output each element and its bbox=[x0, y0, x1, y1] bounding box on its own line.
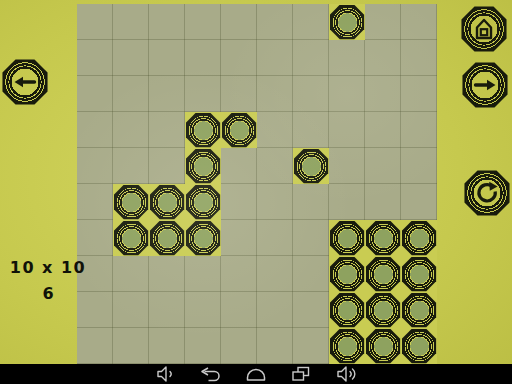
cell-r6-c9[interactable] bbox=[365, 184, 401, 220]
cell-r10-c10[interactable] bbox=[401, 328, 437, 364]
octagon-stone[interactable] bbox=[330, 5, 365, 40]
cell-r2-c8[interactable] bbox=[329, 40, 365, 76]
cell-r10-c9[interactable] bbox=[365, 328, 401, 364]
cell-r8-c8[interactable] bbox=[329, 256, 365, 292]
cell-r7-c5[interactable] bbox=[221, 220, 257, 256]
cell-r7-c9[interactable] bbox=[365, 220, 401, 256]
cell-r6-c2[interactable] bbox=[113, 184, 149, 220]
next-button[interactable] bbox=[462, 62, 508, 108]
cell-r3-c4[interactable] bbox=[185, 76, 221, 112]
cell-r10-c6[interactable] bbox=[257, 328, 293, 364]
cell-r6-c7[interactable] bbox=[293, 184, 329, 220]
restart-button[interactable] bbox=[464, 170, 510, 216]
cell-r3-c3[interactable] bbox=[149, 76, 185, 112]
cell-r10-c3[interactable] bbox=[149, 328, 185, 364]
octagon-stone[interactable] bbox=[402, 221, 437, 256]
cell-r5-c4[interactable] bbox=[185, 148, 221, 184]
cell-r2-c3[interactable] bbox=[149, 40, 185, 76]
cell-r9-c7[interactable] bbox=[293, 292, 329, 328]
cell-r2-c10[interactable] bbox=[401, 40, 437, 76]
cell-r9-c8[interactable] bbox=[329, 292, 365, 328]
cell-r1-c9[interactable] bbox=[365, 4, 401, 40]
cell-r1-c3[interactable] bbox=[149, 4, 185, 40]
cell-r1-c1[interactable] bbox=[77, 4, 113, 40]
cell-r3-c10[interactable] bbox=[401, 76, 437, 112]
back-icon bbox=[200, 366, 222, 382]
cell-r1-c10[interactable] bbox=[401, 4, 437, 40]
cell-r8-c9[interactable] bbox=[365, 256, 401, 292]
cell-r3-c8[interactable] bbox=[329, 76, 365, 112]
home-nav-button[interactable] bbox=[243, 366, 269, 382]
cell-r2-c9[interactable] bbox=[365, 40, 401, 76]
octagon-stone[interactable] bbox=[186, 149, 221, 184]
octagon-stone[interactable] bbox=[330, 329, 365, 364]
cell-r3-c6[interactable] bbox=[257, 76, 293, 112]
octagon-stone[interactable] bbox=[186, 221, 221, 256]
octagon-stone[interactable] bbox=[366, 257, 401, 292]
home-icon bbox=[245, 366, 267, 382]
cell-r9-c4[interactable] bbox=[185, 292, 221, 328]
cell-r8-c3[interactable] bbox=[149, 256, 185, 292]
cell-r7-c3[interactable] bbox=[149, 220, 185, 256]
cell-r10-c5[interactable] bbox=[221, 328, 257, 364]
cell-r7-c4[interactable] bbox=[185, 220, 221, 256]
octagon-stone[interactable] bbox=[402, 257, 437, 292]
app-screen: 10 x 10 6 bbox=[0, 0, 512, 384]
cell-r5-c3[interactable] bbox=[149, 148, 185, 184]
cell-r8-c6[interactable] bbox=[257, 256, 293, 292]
recents-button[interactable] bbox=[288, 366, 314, 382]
cell-r2-c4[interactable] bbox=[185, 40, 221, 76]
cell-r6-c5[interactable] bbox=[221, 184, 257, 220]
cell-r6-c8[interactable] bbox=[329, 184, 365, 220]
cell-r10-c7[interactable] bbox=[293, 328, 329, 364]
cell-r4-c2[interactable] bbox=[113, 112, 149, 148]
cell-r7-c7[interactable] bbox=[293, 220, 329, 256]
cell-r5-c6[interactable] bbox=[257, 148, 293, 184]
cell-r7-c10[interactable] bbox=[401, 220, 437, 256]
cell-r1-c8[interactable] bbox=[329, 4, 365, 40]
cell-r3-c5[interactable] bbox=[221, 76, 257, 112]
cell-r3-c9[interactable] bbox=[365, 76, 401, 112]
octagon-stone[interactable] bbox=[294, 149, 329, 184]
cell-r10-c1[interactable] bbox=[77, 328, 113, 364]
cell-r4-c3[interactable] bbox=[149, 112, 185, 148]
arrow-right-icon bbox=[472, 72, 498, 98]
restart-icon bbox=[474, 180, 500, 206]
cell-r8-c10[interactable] bbox=[401, 256, 437, 292]
cell-r4-c7[interactable] bbox=[293, 112, 329, 148]
octagon-stone[interactable] bbox=[186, 113, 221, 148]
cell-r3-c7[interactable] bbox=[293, 76, 329, 112]
cell-r5-c8[interactable] bbox=[329, 148, 365, 184]
cell-r4-c4[interactable] bbox=[185, 112, 221, 148]
cell-r5-c1[interactable] bbox=[77, 148, 113, 184]
cell-r8-c2[interactable] bbox=[113, 256, 149, 292]
board-size-label: 10 x 10 bbox=[4, 258, 92, 277]
octagon-stone[interactable] bbox=[366, 293, 401, 328]
cell-r5-c10[interactable] bbox=[401, 148, 437, 184]
cell-r2-c7[interactable] bbox=[293, 40, 329, 76]
cell-r4-c9[interactable] bbox=[365, 112, 401, 148]
octagon-stone[interactable] bbox=[330, 293, 365, 328]
prev-button[interactable] bbox=[2, 59, 48, 105]
volume-down-button[interactable] bbox=[153, 366, 179, 382]
cell-r7-c2[interactable] bbox=[113, 220, 149, 256]
cell-r6-c4[interactable] bbox=[185, 184, 221, 220]
octagon-stone[interactable] bbox=[222, 113, 257, 148]
volume-up-button[interactable] bbox=[334, 366, 360, 382]
android-nav-bar bbox=[0, 364, 512, 384]
cell-r5-c7[interactable] bbox=[293, 148, 329, 184]
recents-icon bbox=[290, 366, 312, 382]
octagon-stone[interactable] bbox=[402, 293, 437, 328]
cell-r4-c10[interactable] bbox=[401, 112, 437, 148]
hud: 10 x 10 6 bbox=[4, 258, 92, 303]
cell-r9-c9[interactable] bbox=[365, 292, 401, 328]
cell-r8-c7[interactable] bbox=[293, 256, 329, 292]
octagon-stone[interactable] bbox=[150, 221, 185, 256]
cell-r10-c8[interactable] bbox=[329, 328, 365, 364]
cell-r1-c6[interactable] bbox=[257, 4, 293, 40]
octagon-stone[interactable] bbox=[150, 185, 185, 220]
octagon-stone[interactable] bbox=[366, 329, 401, 364]
cell-r6-c3[interactable] bbox=[149, 184, 185, 220]
octagon-stone[interactable] bbox=[186, 185, 221, 220]
cell-r3-c2[interactable] bbox=[113, 76, 149, 112]
octagon-stone[interactable] bbox=[402, 329, 437, 364]
cell-r3-c1[interactable] bbox=[77, 76, 113, 112]
octagon-stone[interactable] bbox=[114, 185, 149, 220]
home-button[interactable] bbox=[461, 6, 507, 52]
back-button[interactable] bbox=[198, 366, 224, 382]
cell-r1-c5[interactable] bbox=[221, 4, 257, 40]
cell-r4-c5[interactable] bbox=[221, 112, 257, 148]
cell-r9-c2[interactable] bbox=[113, 292, 149, 328]
cell-r8-c5[interactable] bbox=[221, 256, 257, 292]
cell-r6-c6[interactable] bbox=[257, 184, 293, 220]
cell-r9-c5[interactable] bbox=[221, 292, 257, 328]
cell-r6-c1[interactable] bbox=[77, 184, 113, 220]
cell-r4-c8[interactable] bbox=[329, 112, 365, 148]
volume-up-icon bbox=[336, 366, 358, 382]
cell-r9-c6[interactable] bbox=[257, 292, 293, 328]
cell-r9-c3[interactable] bbox=[149, 292, 185, 328]
cell-r7-c8[interactable] bbox=[329, 220, 365, 256]
cell-r8-c4[interactable] bbox=[185, 256, 221, 292]
cell-r5-c2[interactable] bbox=[113, 148, 149, 184]
cell-r7-c6[interactable] bbox=[257, 220, 293, 256]
cell-r6-c10[interactable] bbox=[401, 184, 437, 220]
cell-r1-c7[interactable] bbox=[293, 4, 329, 40]
game-board bbox=[77, 4, 437, 364]
cell-r7-c1[interactable] bbox=[77, 220, 113, 256]
cell-r2-c5[interactable] bbox=[221, 40, 257, 76]
cell-r9-c10[interactable] bbox=[401, 292, 437, 328]
cell-r5-c5[interactable] bbox=[221, 148, 257, 184]
cell-r4-c6[interactable] bbox=[257, 112, 293, 148]
octagon-stone[interactable] bbox=[330, 257, 365, 292]
cell-r10-c2[interactable] bbox=[113, 328, 149, 364]
cell-r5-c9[interactable] bbox=[365, 148, 401, 184]
arrow-left-icon bbox=[12, 69, 38, 95]
cell-r2-c6[interactable] bbox=[257, 40, 293, 76]
home-icon bbox=[471, 16, 497, 42]
cell-r4-c1[interactable] bbox=[77, 112, 113, 148]
cell-r1-c2[interactable] bbox=[113, 4, 149, 40]
volume-down-icon bbox=[155, 366, 177, 382]
cell-r2-c1[interactable] bbox=[77, 40, 113, 76]
level-counter: 6 bbox=[4, 284, 92, 303]
cell-r10-c4[interactable] bbox=[185, 328, 221, 364]
cell-r1-c4[interactable] bbox=[185, 4, 221, 40]
cell-r2-c2[interactable] bbox=[113, 40, 149, 76]
octagon-stone[interactable] bbox=[366, 221, 401, 256]
octagon-stone[interactable] bbox=[330, 221, 365, 256]
octagon-stone[interactable] bbox=[114, 221, 149, 256]
